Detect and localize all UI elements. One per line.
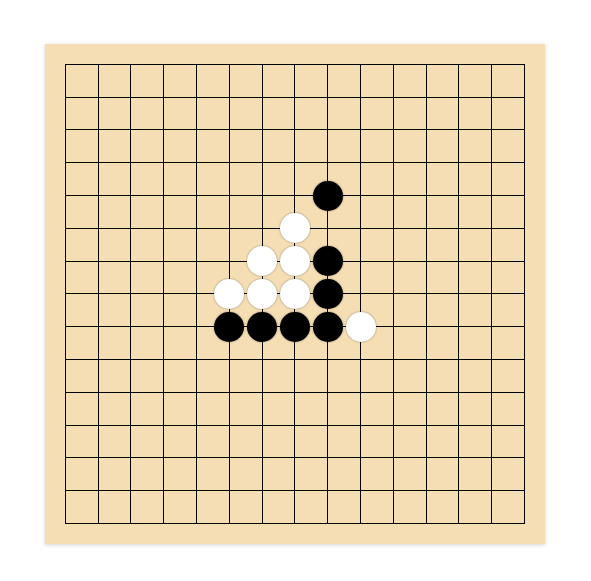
intersection[interactable]	[246, 146, 279, 179]
intersection[interactable]	[279, 81, 312, 114]
intersection[interactable]	[377, 278, 410, 311]
intersection[interactable]	[49, 442, 82, 475]
intersection[interactable]	[279, 442, 312, 475]
intersection[interactable]	[475, 376, 508, 409]
intersection[interactable]	[344, 474, 377, 507]
intersection[interactable]	[213, 310, 246, 343]
intersection[interactable]	[115, 245, 148, 278]
intersection[interactable]	[344, 507, 377, 540]
intersection[interactable]	[180, 474, 213, 507]
intersection[interactable]	[475, 343, 508, 376]
intersection[interactable]	[49, 179, 82, 212]
intersection[interactable]	[311, 343, 344, 376]
intersection[interactable]	[344, 376, 377, 409]
intersection[interactable]	[180, 376, 213, 409]
intersection[interactable]	[410, 507, 443, 540]
intersection[interactable]	[311, 245, 344, 278]
intersection[interactable]	[508, 507, 541, 540]
intersection[interactable]	[377, 114, 410, 147]
black-stone	[313, 181, 343, 211]
intersection[interactable]	[147, 343, 180, 376]
intersection[interactable]	[180, 81, 213, 114]
gomoku-board	[45, 44, 545, 544]
intersection[interactable]	[246, 245, 279, 278]
intersection[interactable]	[147, 474, 180, 507]
intersection[interactable]	[147, 409, 180, 442]
intersection[interactable]	[82, 278, 115, 311]
intersection[interactable]	[246, 343, 279, 376]
intersection[interactable]	[147, 146, 180, 179]
intersection[interactable]	[508, 376, 541, 409]
intersection[interactable]	[49, 409, 82, 442]
intersection[interactable]	[377, 179, 410, 212]
intersection[interactable]	[213, 179, 246, 212]
intersection[interactable]	[49, 114, 82, 147]
intersection[interactable]	[377, 442, 410, 475]
intersection[interactable]	[115, 48, 148, 81]
intersection[interactable]	[410, 474, 443, 507]
intersection[interactable]	[49, 48, 82, 81]
intersection[interactable]	[115, 442, 148, 475]
intersection[interactable]	[115, 212, 148, 245]
intersection[interactable]	[377, 474, 410, 507]
intersection[interactable]	[180, 442, 213, 475]
intersection[interactable]	[410, 146, 443, 179]
intersection[interactable]	[443, 179, 476, 212]
intersection[interactable]	[344, 179, 377, 212]
intersection[interactable]	[410, 48, 443, 81]
intersection[interactable]	[213, 442, 246, 475]
intersection[interactable]	[344, 442, 377, 475]
intersection[interactable]	[279, 48, 312, 81]
intersection[interactable]	[443, 114, 476, 147]
intersection[interactable]	[49, 343, 82, 376]
intersection[interactable]	[246, 409, 279, 442]
intersection[interactable]	[82, 179, 115, 212]
intersection[interactable]	[508, 179, 541, 212]
intersection[interactable]	[115, 146, 148, 179]
board-grid	[49, 48, 541, 540]
intersection[interactable]	[213, 245, 246, 278]
intersection[interactable]	[410, 179, 443, 212]
intersection[interactable]	[410, 310, 443, 343]
intersection[interactable]	[82, 48, 115, 81]
intersection[interactable]	[147, 179, 180, 212]
intersection[interactable]	[475, 212, 508, 245]
intersection[interactable]	[82, 409, 115, 442]
intersection[interactable]	[246, 114, 279, 147]
intersection[interactable]	[246, 310, 279, 343]
intersection[interactable]	[115, 278, 148, 311]
intersection[interactable]	[180, 48, 213, 81]
intersection[interactable]	[508, 442, 541, 475]
intersection[interactable]	[410, 278, 443, 311]
intersection[interactable]	[344, 245, 377, 278]
intersection[interactable]	[279, 376, 312, 409]
intersection[interactable]	[82, 507, 115, 540]
intersection[interactable]	[443, 278, 476, 311]
intersection[interactable]	[49, 212, 82, 245]
intersection[interactable]	[377, 245, 410, 278]
intersection[interactable]	[180, 114, 213, 147]
intersection[interactable]	[344, 212, 377, 245]
intersection[interactable]	[508, 114, 541, 147]
intersection[interactable]	[377, 310, 410, 343]
intersection[interactable]	[410, 114, 443, 147]
intersection[interactable]	[82, 212, 115, 245]
intersection[interactable]	[49, 146, 82, 179]
intersection[interactable]	[147, 212, 180, 245]
intersection[interactable]	[246, 179, 279, 212]
white-stone	[280, 246, 310, 276]
intersection[interactable]	[279, 245, 312, 278]
intersection[interactable]	[377, 212, 410, 245]
intersection[interactable]	[311, 442, 344, 475]
black-stone	[214, 312, 244, 342]
intersection[interactable]	[82, 376, 115, 409]
intersection[interactable]	[180, 278, 213, 311]
intersection[interactable]	[311, 376, 344, 409]
intersection[interactable]	[115, 474, 148, 507]
intersection[interactable]	[246, 442, 279, 475]
intersection[interactable]	[443, 409, 476, 442]
intersection[interactable]	[508, 343, 541, 376]
intersection[interactable]	[344, 409, 377, 442]
intersection[interactable]	[49, 310, 82, 343]
intersection[interactable]	[279, 474, 312, 507]
intersection[interactable]	[344, 146, 377, 179]
intersection[interactable]	[344, 343, 377, 376]
intersection[interactable]	[82, 474, 115, 507]
intersection[interactable]	[115, 310, 148, 343]
black-stone	[280, 312, 310, 342]
intersection[interactable]	[344, 114, 377, 147]
intersection[interactable]	[344, 81, 377, 114]
intersection[interactable]	[49, 245, 82, 278]
intersection[interactable]	[147, 376, 180, 409]
intersection[interactable]	[49, 507, 82, 540]
intersection[interactable]	[115, 343, 148, 376]
intersection[interactable]	[311, 146, 344, 179]
intersection[interactable]	[115, 114, 148, 147]
intersection[interactable]	[213, 376, 246, 409]
intersection[interactable]	[49, 474, 82, 507]
white-stone	[247, 246, 277, 276]
intersection[interactable]	[180, 507, 213, 540]
intersection[interactable]	[508, 278, 541, 311]
intersection[interactable]	[377, 81, 410, 114]
intersection[interactable]	[147, 81, 180, 114]
intersection[interactable]	[311, 474, 344, 507]
intersection[interactable]	[377, 48, 410, 81]
intersection[interactable]	[180, 212, 213, 245]
intersection[interactable]	[213, 409, 246, 442]
intersection[interactable]	[279, 114, 312, 147]
white-stone	[280, 279, 310, 309]
intersection[interactable]	[377, 409, 410, 442]
white-stone	[247, 279, 277, 309]
intersection[interactable]	[410, 376, 443, 409]
intersection[interactable]	[49, 278, 82, 311]
intersection[interactable]	[180, 409, 213, 442]
intersection[interactable]	[213, 507, 246, 540]
black-stone	[313, 279, 343, 309]
intersection[interactable]	[311, 278, 344, 311]
intersection[interactable]	[377, 146, 410, 179]
intersection[interactable]	[443, 245, 476, 278]
intersection[interactable]	[279, 343, 312, 376]
intersection[interactable]	[180, 343, 213, 376]
white-stone	[280, 213, 310, 243]
intersection[interactable]	[410, 442, 443, 475]
intersection[interactable]	[147, 442, 180, 475]
intersection[interactable]	[246, 81, 279, 114]
intersection[interactable]	[49, 81, 82, 114]
intersection[interactable]	[147, 114, 180, 147]
intersection[interactable]	[443, 81, 476, 114]
black-stone	[313, 246, 343, 276]
intersection[interactable]	[115, 376, 148, 409]
intersection[interactable]	[311, 507, 344, 540]
intersection[interactable]	[213, 48, 246, 81]
intersection[interactable]	[279, 409, 312, 442]
intersection[interactable]	[213, 278, 246, 311]
intersection[interactable]	[147, 278, 180, 311]
intersection[interactable]	[508, 48, 541, 81]
intersection[interactable]	[279, 212, 312, 245]
intersection[interactable]	[443, 212, 476, 245]
intersection[interactable]	[410, 409, 443, 442]
black-stone	[247, 312, 277, 342]
intersection[interactable]	[311, 409, 344, 442]
intersection[interactable]	[377, 507, 410, 540]
intersection[interactable]	[311, 114, 344, 147]
intersection[interactable]	[246, 48, 279, 81]
intersection[interactable]	[443, 442, 476, 475]
intersection[interactable]	[311, 212, 344, 245]
intersection[interactable]	[508, 81, 541, 114]
intersection[interactable]	[82, 442, 115, 475]
intersection[interactable]	[410, 81, 443, 114]
intersection[interactable]	[475, 507, 508, 540]
intersection[interactable]	[180, 310, 213, 343]
intersection[interactable]	[246, 474, 279, 507]
intersection[interactable]	[82, 245, 115, 278]
intersection[interactable]	[147, 245, 180, 278]
intersection[interactable]	[311, 310, 344, 343]
intersection[interactable]	[443, 310, 476, 343]
intersection[interactable]	[115, 81, 148, 114]
intersection[interactable]	[443, 474, 476, 507]
intersection[interactable]	[508, 146, 541, 179]
intersection[interactable]	[246, 212, 279, 245]
intersection[interactable]	[311, 48, 344, 81]
intersection[interactable]	[443, 507, 476, 540]
intersection[interactable]	[344, 48, 377, 81]
intersection[interactable]	[213, 474, 246, 507]
intersection[interactable]	[115, 179, 148, 212]
intersection[interactable]	[82, 310, 115, 343]
black-stone	[313, 312, 343, 342]
intersection[interactable]	[443, 146, 476, 179]
intersection[interactable]	[82, 81, 115, 114]
intersection[interactable]	[475, 310, 508, 343]
intersection[interactable]	[115, 409, 148, 442]
intersection[interactable]	[508, 409, 541, 442]
intersection[interactable]	[508, 310, 541, 343]
intersection[interactable]	[311, 179, 344, 212]
intersection[interactable]	[344, 310, 377, 343]
intersection[interactable]	[213, 146, 246, 179]
intersection[interactable]	[147, 48, 180, 81]
intersection[interactable]	[344, 278, 377, 311]
intersection[interactable]	[508, 212, 541, 245]
intersection[interactable]	[475, 48, 508, 81]
intersection[interactable]	[475, 81, 508, 114]
intersection[interactable]	[49, 376, 82, 409]
intersection[interactable]	[443, 376, 476, 409]
intersection[interactable]	[147, 507, 180, 540]
white-stone	[214, 279, 244, 309]
intersection[interactable]	[180, 146, 213, 179]
intersection[interactable]	[279, 507, 312, 540]
intersection[interactable]	[279, 310, 312, 343]
intersection[interactable]	[475, 442, 508, 475]
intersection[interactable]	[213, 114, 246, 147]
intersection[interactable]	[180, 245, 213, 278]
intersection[interactable]	[213, 81, 246, 114]
intersection[interactable]	[82, 146, 115, 179]
intersection[interactable]	[82, 114, 115, 147]
intersection[interactable]	[311, 81, 344, 114]
intersection[interactable]	[410, 212, 443, 245]
intersection[interactable]	[508, 245, 541, 278]
intersection[interactable]	[246, 376, 279, 409]
intersection[interactable]	[213, 212, 246, 245]
page	[0, 0, 591, 581]
intersection[interactable]	[475, 474, 508, 507]
intersection[interactable]	[410, 245, 443, 278]
intersection[interactable]	[377, 343, 410, 376]
intersection[interactable]	[443, 343, 476, 376]
intersection[interactable]	[475, 146, 508, 179]
intersection[interactable]	[82, 343, 115, 376]
intersection[interactable]	[475, 114, 508, 147]
intersection[interactable]	[279, 179, 312, 212]
intersection[interactable]	[213, 343, 246, 376]
white-stone	[346, 312, 376, 342]
intersection[interactable]	[147, 310, 180, 343]
intersection[interactable]	[180, 179, 213, 212]
intersection[interactable]	[246, 507, 279, 540]
intersection[interactable]	[475, 245, 508, 278]
intersection[interactable]	[410, 343, 443, 376]
intersection[interactable]	[377, 376, 410, 409]
intersection[interactable]	[115, 507, 148, 540]
intersection[interactable]	[279, 146, 312, 179]
intersection[interactable]	[443, 48, 476, 81]
intersection[interactable]	[475, 179, 508, 212]
intersection[interactable]	[475, 409, 508, 442]
intersection[interactable]	[279, 278, 312, 311]
intersection[interactable]	[475, 278, 508, 311]
intersection[interactable]	[508, 474, 541, 507]
intersection[interactable]	[246, 278, 279, 311]
